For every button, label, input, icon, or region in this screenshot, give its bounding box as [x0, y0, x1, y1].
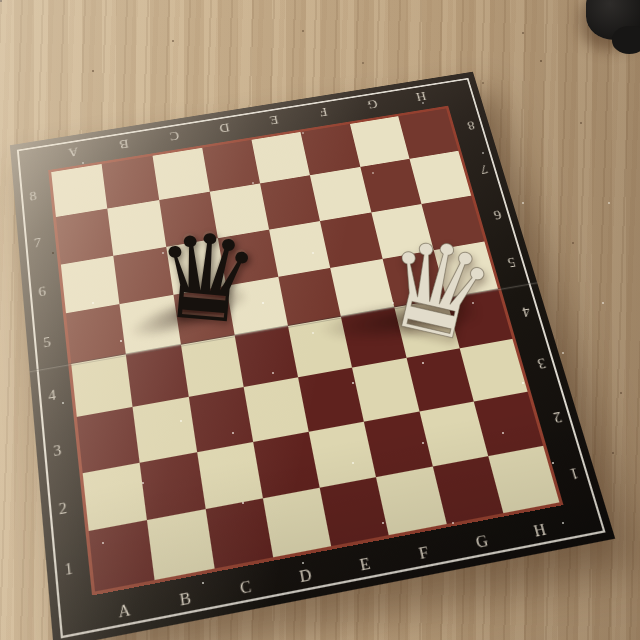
- square-a1: [89, 520, 155, 592]
- off-board-dark-object: [586, 0, 640, 40]
- square-c1: [205, 498, 273, 568]
- file-label-top-c: C: [167, 128, 179, 143]
- dust-speckles-white: [0, 0, 2, 2]
- square-b1: [147, 509, 214, 580]
- rank-label-left-2: 2: [58, 498, 69, 518]
- file-label-bottom-a: A: [117, 599, 132, 621]
- black-queen-glyph: ♛: [150, 228, 263, 329]
- dust-speckles-dark: [0, 0, 2, 2]
- white-queen-glyph: ♛: [372, 231, 502, 350]
- white-queen: ♛: [373, 230, 502, 350]
- file-label-top-a: A: [66, 144, 79, 159]
- rank-label-left-5: 5: [42, 333, 52, 350]
- rank-label-left-8: 8: [29, 188, 38, 203]
- photo-scene: ABCDEFGHABCDEFGH8765432187654321 ♛♛: [0, 0, 640, 640]
- rank-label-left-6: 6: [38, 282, 48, 299]
- rank-label-left-3: 3: [52, 440, 63, 459]
- file-label-top-e: E: [267, 112, 279, 127]
- rank-label-left-7: 7: [33, 234, 43, 250]
- chess-board: ABCDEFGHABCDEFGH8765432187654321: [10, 72, 615, 640]
- file-label-top-d: D: [217, 120, 230, 135]
- black-queen: ♛: [148, 224, 266, 329]
- file-label-bottom-b: B: [178, 588, 193, 610]
- board-border: ABCDEFGHABCDEFGH8765432187654321: [10, 72, 615, 640]
- file-label-top-b: B: [117, 136, 129, 151]
- square-c2: [197, 441, 263, 508]
- rank-label-left-1: 1: [64, 558, 75, 579]
- rank-label-left-4: 4: [47, 385, 57, 403]
